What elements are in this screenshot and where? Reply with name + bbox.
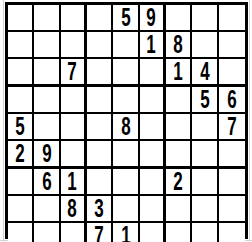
cell-r1c3[interactable] bbox=[61, 5, 87, 32]
cell-r3c1[interactable] bbox=[8, 59, 34, 87]
cell-r1c7[interactable] bbox=[166, 5, 192, 32]
sudoku-board: 591871456587296128371 bbox=[5, 2, 248, 239]
cell-r5c4[interactable] bbox=[87, 114, 113, 141]
given-digit: 8 bbox=[173, 32, 182, 57]
cell-r4c8[interactable]: 5 bbox=[192, 87, 218, 114]
cell-r9c4[interactable]: 7 bbox=[87, 223, 113, 242]
cell-r8c7[interactable] bbox=[166, 196, 192, 223]
cell-r9c8[interactable] bbox=[192, 223, 218, 242]
cell-r7c7[interactable]: 2 bbox=[166, 169, 192, 196]
cell-r7c8[interactable] bbox=[192, 169, 218, 196]
cell-r7c6[interactable] bbox=[140, 169, 166, 196]
cell-r5c3[interactable] bbox=[61, 114, 87, 141]
cell-r8c5[interactable] bbox=[113, 196, 139, 223]
cell-r2c1[interactable] bbox=[8, 32, 34, 59]
given-digit: 8 bbox=[68, 196, 77, 221]
cell-r4c2[interactable] bbox=[34, 87, 60, 114]
cell-r6c7[interactable] bbox=[166, 141, 192, 169]
cell-r8c1[interactable] bbox=[8, 196, 34, 223]
cell-r6c8[interactable] bbox=[192, 141, 218, 169]
cell-r1c4[interactable] bbox=[87, 5, 113, 32]
given-digit: 1 bbox=[173, 59, 182, 84]
cell-r1c8[interactable] bbox=[192, 5, 218, 32]
given-digit: 7 bbox=[68, 59, 77, 84]
cell-r4c7[interactable] bbox=[166, 87, 192, 114]
cell-r4c9[interactable]: 6 bbox=[219, 87, 245, 114]
cell-r1c9[interactable] bbox=[219, 5, 245, 32]
cell-r5c2[interactable] bbox=[34, 114, 60, 141]
cell-r5c1[interactable]: 5 bbox=[8, 114, 34, 141]
cell-r9c6[interactable] bbox=[140, 223, 166, 242]
given-digit: 4 bbox=[200, 59, 209, 84]
cell-r3c7[interactable]: 1 bbox=[166, 59, 192, 87]
cell-r9c3[interactable] bbox=[61, 223, 87, 242]
cell-r2c5[interactable] bbox=[113, 32, 139, 59]
cell-r2c7[interactable]: 8 bbox=[166, 32, 192, 59]
given-digit: 1 bbox=[147, 32, 156, 57]
cell-r5c7[interactable] bbox=[166, 114, 192, 141]
cell-r8c8[interactable] bbox=[192, 196, 218, 223]
spreadsheet-gridline-left bbox=[3, 0, 4, 242]
cell-r3c4[interactable] bbox=[87, 59, 113, 87]
given-digit: 6 bbox=[42, 169, 51, 194]
cell-r4c5[interactable] bbox=[113, 87, 139, 114]
given-digit: 1 bbox=[68, 169, 77, 194]
cell-r5c9[interactable]: 7 bbox=[219, 114, 245, 141]
given-digit: 2 bbox=[15, 141, 24, 166]
cell-r6c3[interactable] bbox=[61, 141, 87, 169]
cell-r6c4[interactable] bbox=[87, 141, 113, 169]
given-digit: 5 bbox=[200, 87, 209, 112]
cell-r7c1[interactable] bbox=[8, 169, 34, 196]
given-digit: 3 bbox=[94, 196, 103, 221]
cell-r1c1[interactable] bbox=[8, 5, 34, 32]
cell-r4c4[interactable] bbox=[87, 87, 113, 114]
cell-r2c8[interactable] bbox=[192, 32, 218, 59]
cell-r9c1[interactable] bbox=[8, 223, 34, 242]
cell-r8c4[interactable]: 3 bbox=[87, 196, 113, 223]
cell-r3c5[interactable] bbox=[113, 59, 139, 87]
cell-r4c1[interactable] bbox=[8, 87, 34, 114]
cell-r5c5[interactable]: 8 bbox=[113, 114, 139, 141]
cell-r3c9[interactable] bbox=[219, 59, 245, 87]
cell-r1c2[interactable] bbox=[34, 5, 60, 32]
cell-r5c8[interactable] bbox=[192, 114, 218, 141]
given-digit: 7 bbox=[94, 223, 103, 242]
cell-r6c1[interactable]: 2 bbox=[8, 141, 34, 169]
cell-r8c2[interactable] bbox=[34, 196, 60, 223]
cell-r1c5[interactable]: 5 bbox=[113, 5, 139, 32]
cell-r2c4[interactable] bbox=[87, 32, 113, 59]
cell-r8c6[interactable] bbox=[140, 196, 166, 223]
given-digit: 8 bbox=[121, 114, 130, 139]
given-digit: 5 bbox=[121, 5, 130, 30]
cell-r3c2[interactable] bbox=[34, 59, 60, 87]
cell-r3c3[interactable]: 7 bbox=[61, 59, 87, 87]
given-digit: 5 bbox=[15, 114, 24, 139]
cell-r8c9[interactable] bbox=[219, 196, 245, 223]
cell-r6c5[interactable] bbox=[113, 141, 139, 169]
cell-r7c3[interactable]: 1 bbox=[61, 169, 87, 196]
cell-r7c5[interactable] bbox=[113, 169, 139, 196]
cell-r2c9[interactable] bbox=[219, 32, 245, 59]
cell-r3c8[interactable]: 4 bbox=[192, 59, 218, 87]
cell-r2c2[interactable] bbox=[34, 32, 60, 59]
cell-r7c9[interactable] bbox=[219, 169, 245, 196]
cell-r7c4[interactable] bbox=[87, 169, 113, 196]
cell-r2c6[interactable]: 1 bbox=[140, 32, 166, 59]
cell-r4c6[interactable] bbox=[140, 87, 166, 114]
cell-r9c2[interactable] bbox=[34, 223, 60, 242]
cell-r6c2[interactable]: 9 bbox=[34, 141, 60, 169]
cell-r6c6[interactable] bbox=[140, 141, 166, 169]
given-digit: 9 bbox=[147, 5, 156, 30]
given-digit: 2 bbox=[173, 169, 182, 194]
given-digit: 7 bbox=[227, 114, 236, 139]
cell-r7c2[interactable]: 6 bbox=[34, 169, 60, 196]
cell-r5c6[interactable] bbox=[140, 114, 166, 141]
cell-r9c9[interactable] bbox=[219, 223, 245, 242]
cell-r4c3[interactable] bbox=[61, 87, 87, 114]
given-digit: 6 bbox=[227, 87, 236, 112]
given-digit: 9 bbox=[42, 141, 51, 166]
cell-r8c3[interactable]: 8 bbox=[61, 196, 87, 223]
cell-r3c6[interactable] bbox=[140, 59, 166, 87]
cell-r1c6[interactable]: 9 bbox=[140, 5, 166, 32]
spreadsheet-gridline-right bbox=[249, 0, 250, 242]
cell-r9c7[interactable] bbox=[166, 223, 192, 242]
given-digit: 1 bbox=[121, 223, 130, 242]
cell-r9c5[interactable]: 1 bbox=[113, 223, 139, 242]
cell-r6c9[interactable] bbox=[219, 141, 245, 169]
cell-r2c3[interactable] bbox=[61, 32, 87, 59]
